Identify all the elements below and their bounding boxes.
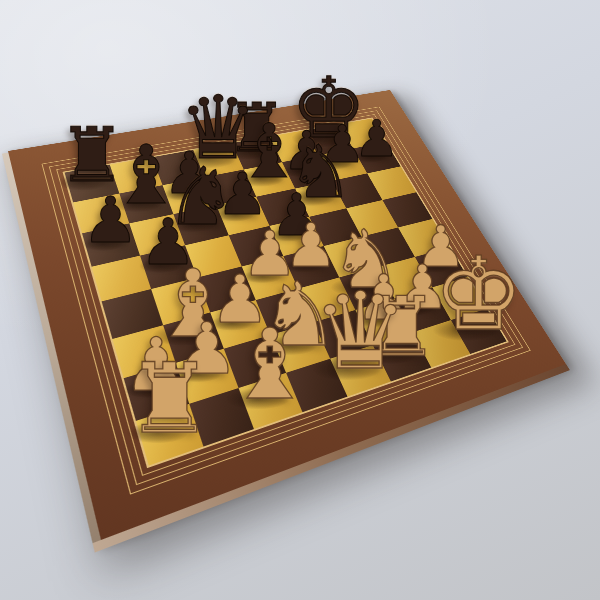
photo-stage: ♜♛♜♚♝♟♝♟♟♟♟♞♟♞♟♟♟♟♝♟♞♟♟♟♞♟♟♜♝♛♜♚ [0, 0, 600, 600]
chess-piece-white-bishop-c1[interactable]: ♝ [227, 316, 314, 413]
chess-piece-black-pawn-a6[interactable]: ♟ [82, 190, 139, 253]
chess-piece-white-queen-e1[interactable]: ♛ [312, 278, 407, 385]
chess-piece-white-rook-a1[interactable]: ♜ [126, 350, 213, 447]
chess-piece-white-king-h1[interactable]: ♚ [433, 244, 524, 345]
